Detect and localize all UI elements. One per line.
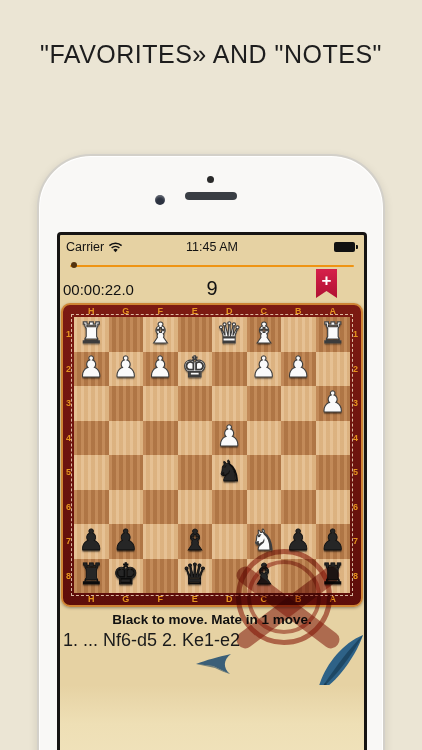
file-label: B xyxy=(281,594,316,604)
file-label: C xyxy=(247,594,282,604)
rank-label: 5 xyxy=(353,467,358,477)
square-f7[interactable] xyxy=(143,524,178,559)
square-d2[interactable] xyxy=(212,352,247,387)
square-f1[interactable]: ♝ xyxy=(143,317,178,352)
frame-corner xyxy=(63,305,74,317)
frame-corner xyxy=(350,305,361,317)
black-pawn: ♟ xyxy=(285,526,311,555)
square-e8[interactable]: ♛ xyxy=(178,559,213,594)
white-king: ♚ xyxy=(182,353,208,382)
rank-label: 8 xyxy=(66,571,71,581)
square-h6[interactable] xyxy=(74,490,109,525)
square-a3[interactable]: ♟ xyxy=(316,386,351,421)
square-c6[interactable] xyxy=(247,490,282,525)
black-rook: ♜ xyxy=(320,560,346,589)
clock-label: 11:45 AM xyxy=(156,240,268,254)
square-c8[interactable]: ♝ xyxy=(247,559,282,594)
square-d5[interactable]: ♞ xyxy=(212,455,247,490)
white-pawn: ♟ xyxy=(216,422,242,451)
square-e4[interactable] xyxy=(178,421,213,456)
square-e5[interactable] xyxy=(178,455,213,490)
rank-label: 1 xyxy=(353,329,358,339)
file-labels-bottom: HGFEDCBA xyxy=(74,593,350,605)
square-h1[interactable]: ♜ xyxy=(74,317,109,352)
square-a7[interactable]: ♟ xyxy=(316,524,351,559)
black-bishop: ♝ xyxy=(251,560,277,589)
square-h5[interactable] xyxy=(74,455,109,490)
black-knight: ♞ xyxy=(216,457,242,486)
square-f2[interactable]: ♟ xyxy=(143,352,178,387)
square-b1[interactable] xyxy=(281,317,316,352)
square-c4[interactable] xyxy=(247,421,282,456)
rank-label: 2 xyxy=(353,364,358,374)
white-pawn: ♟ xyxy=(147,353,173,382)
file-label: F xyxy=(143,594,178,604)
file-label: G xyxy=(109,594,144,604)
decorative-pieces-photo: ♜♞♝♛♚♝♞♜ xyxy=(60,685,364,750)
square-c1[interactable]: ♝ xyxy=(247,317,282,352)
rank-label: 3 xyxy=(66,398,71,408)
file-label: A xyxy=(316,306,351,316)
rank-label: 6 xyxy=(66,502,71,512)
black-rook: ♜ xyxy=(78,560,104,589)
square-a5[interactable] xyxy=(316,455,351,490)
file-label: H xyxy=(74,306,109,316)
black-king: ♚ xyxy=(113,560,139,589)
plus-icon: + xyxy=(322,272,332,289)
square-e2[interactable]: ♚ xyxy=(178,352,213,387)
rank-label: 7 xyxy=(353,536,358,546)
app-screen: Carrier 11:45 AM 00:00:22.0 9 xyxy=(57,232,367,750)
square-c2[interactable]: ♟ xyxy=(247,352,282,387)
rank-label: 1 xyxy=(66,329,71,339)
white-bishop: ♝ xyxy=(251,319,277,348)
square-d1[interactable]: ♛ xyxy=(212,317,247,352)
square-d7[interactable] xyxy=(212,524,247,559)
white-pawn: ♟ xyxy=(113,353,139,382)
square-g1[interactable] xyxy=(109,317,144,352)
rank-label: 5 xyxy=(66,467,71,477)
square-f5[interactable] xyxy=(143,455,178,490)
square-a1[interactable]: ♜ xyxy=(316,317,351,352)
square-b8[interactable] xyxy=(281,559,316,594)
square-d4[interactable]: ♟ xyxy=(212,421,247,456)
square-b3[interactable] xyxy=(281,386,316,421)
progress-slider-track[interactable] xyxy=(70,265,354,267)
white-queen: ♛ xyxy=(216,319,242,348)
square-b4[interactable] xyxy=(281,421,316,456)
black-pawn: ♟ xyxy=(113,526,139,555)
file-label: D xyxy=(212,306,247,316)
file-label: C xyxy=(247,306,282,316)
white-rook: ♜ xyxy=(78,319,104,348)
rank-label: 7 xyxy=(66,536,71,546)
square-f3[interactable] xyxy=(143,386,178,421)
square-e6[interactable] xyxy=(178,490,213,525)
frame-corner xyxy=(350,593,361,605)
square-e3[interactable] xyxy=(178,386,213,421)
iphone-frame: Carrier 11:45 AM 00:00:22.0 9 xyxy=(37,154,385,750)
square-b7[interactable]: ♟ xyxy=(281,524,316,559)
square-e1[interactable] xyxy=(178,317,213,352)
white-pawn: ♟ xyxy=(285,353,311,382)
square-a4[interactable] xyxy=(316,421,351,456)
square-c3[interactable] xyxy=(247,386,282,421)
page-title: "FAVORITES» AND "NOTES" xyxy=(0,40,422,69)
square-c5[interactable] xyxy=(247,455,282,490)
move-list-text: 1. ... Nf6-d5 2. Ke1-e2 xyxy=(63,630,240,651)
black-queen: ♛ xyxy=(182,560,208,589)
white-rook: ♜ xyxy=(320,319,346,348)
frame-corner xyxy=(63,593,74,605)
square-g5[interactable] xyxy=(109,455,144,490)
square-g3[interactable] xyxy=(109,386,144,421)
front-camera-dot xyxy=(155,195,165,205)
black-pawn: ♟ xyxy=(320,526,346,555)
square-h2[interactable]: ♟ xyxy=(74,352,109,387)
white-pawn: ♟ xyxy=(251,353,277,382)
rank-label: 3 xyxy=(353,398,358,408)
puzzle-status-text: Black to move. Mate in 1 move. xyxy=(60,612,364,627)
square-h4[interactable] xyxy=(74,421,109,456)
square-h7[interactable]: ♟ xyxy=(74,524,109,559)
square-g2[interactable]: ♟ xyxy=(109,352,144,387)
square-h8[interactable]: ♜ xyxy=(74,559,109,594)
wifi-icon xyxy=(108,242,123,253)
square-f6[interactable] xyxy=(143,490,178,525)
chess-board: HGFEDCBA 12345678 ♜♝♛♝♜♟♟♟♚♟♟♟♟♞♟♟♝♞♟♟♜♚… xyxy=(61,303,363,607)
square-b6[interactable] xyxy=(281,490,316,525)
black-pawn: ♟ xyxy=(78,526,104,555)
earpiece-speaker xyxy=(185,192,237,200)
square-g6[interactable] xyxy=(109,490,144,525)
file-label: E xyxy=(178,594,213,604)
proximity-sensor-dot xyxy=(207,176,214,183)
rank-label: 6 xyxy=(353,502,358,512)
progress-slider-thumb[interactable] xyxy=(71,262,77,268)
battery-icon xyxy=(334,242,358,252)
rank-label: 8 xyxy=(353,571,358,581)
white-bishop: ♝ xyxy=(147,319,173,348)
square-g7[interactable]: ♟ xyxy=(109,524,144,559)
white-knight: ♞ xyxy=(251,526,277,555)
file-label: F xyxy=(143,306,178,316)
black-bishop: ♝ xyxy=(182,526,208,555)
square-f4[interactable] xyxy=(143,421,178,456)
file-label: G xyxy=(109,306,144,316)
carrier-label: Carrier xyxy=(66,240,104,254)
square-g8[interactable]: ♚ xyxy=(109,559,144,594)
white-pawn: ♟ xyxy=(320,388,346,417)
square-a6[interactable] xyxy=(316,490,351,525)
undo-arrow-button[interactable] xyxy=(193,651,233,677)
square-d3[interactable] xyxy=(212,386,247,421)
square-f8[interactable] xyxy=(143,559,178,594)
file-label: B xyxy=(281,306,316,316)
square-b5[interactable] xyxy=(281,455,316,490)
decor-piece: ♚ xyxy=(252,745,313,750)
rank-labels-left: 12345678 xyxy=(63,317,74,593)
rank-label: 2 xyxy=(66,364,71,374)
square-d6[interactable] xyxy=(212,490,247,525)
status-bar: Carrier 11:45 AM xyxy=(66,237,358,257)
square-g4[interactable] xyxy=(109,421,144,456)
white-pawn: ♟ xyxy=(78,353,104,382)
file-label: H xyxy=(74,594,109,604)
file-label: A xyxy=(316,594,351,604)
file-label: E xyxy=(178,306,213,316)
square-a2[interactable] xyxy=(316,352,351,387)
square-h3[interactable] xyxy=(74,386,109,421)
square-d8[interactable] xyxy=(212,559,247,594)
square-c7[interactable]: ♞ xyxy=(247,524,282,559)
rank-label: 4 xyxy=(353,433,358,443)
rank-label: 4 xyxy=(66,433,71,443)
square-a8[interactable]: ♜ xyxy=(316,559,351,594)
square-b2[interactable]: ♟ xyxy=(281,352,316,387)
file-label: D xyxy=(212,594,247,604)
square-e7[interactable]: ♝ xyxy=(178,524,213,559)
board-grid: ♜♝♛♝♜♟♟♟♚♟♟♟♟♞♟♟♝♞♟♟♜♚♛♝♜ xyxy=(74,317,350,593)
file-labels-top: HGFEDCBA xyxy=(74,305,350,317)
rank-labels-right: 12345678 xyxy=(350,317,361,593)
